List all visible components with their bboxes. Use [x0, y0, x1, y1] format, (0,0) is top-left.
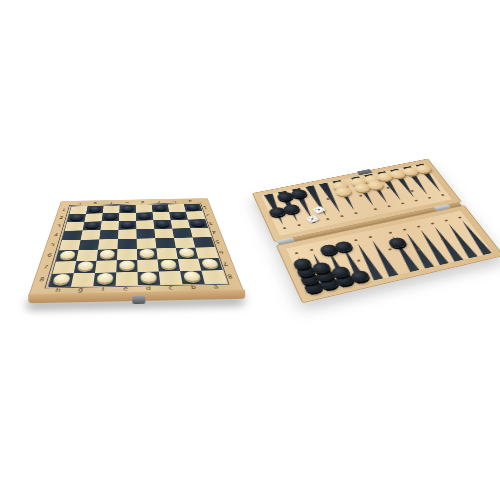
checkers-square-c5	[155, 238, 176, 249]
backgammon-board-tilt	[252, 159, 500, 304]
peg-hole	[373, 208, 377, 210]
coord-label: d	[135, 200, 151, 204]
coord-label: 5	[210, 236, 224, 246]
peg-hole	[410, 190, 414, 192]
peg-hole	[368, 236, 372, 238]
checkers-square-f3	[100, 221, 118, 230]
checkers-square-g5	[79, 239, 100, 250]
peg-hole	[357, 259, 361, 262]
peg-hole	[386, 187, 390, 189]
peg-hole	[401, 202, 405, 204]
backgammon-point	[444, 223, 477, 259]
checker-light	[77, 261, 94, 270]
peg-hole	[388, 248, 392, 250]
checkers-board: hgfedcba hgfedcba 12345678 12345678	[24, 76, 246, 306]
checkers-square-c8	[159, 271, 183, 285]
checkers-square-b3	[171, 220, 191, 229]
checkers-square-e6	[117, 249, 137, 260]
peg-hole	[326, 198, 330, 200]
checkers-square-f5	[98, 239, 118, 250]
checkers-square-c3	[153, 220, 172, 229]
checker-light	[52, 274, 70, 284]
checker-dark	[171, 212, 185, 218]
checker-dark	[156, 220, 170, 227]
peg-hole	[297, 224, 301, 226]
peg-hole	[441, 194, 445, 196]
peg-hole	[403, 228, 407, 230]
checkers-square-h6	[56, 250, 79, 262]
coord-label: 3	[204, 219, 217, 228]
checkers-square-e3	[118, 221, 136, 230]
peg-hole	[388, 232, 392, 234]
peg-hole	[354, 212, 358, 214]
checker-light	[160, 260, 177, 269]
checkers-square-c4	[154, 229, 174, 239]
checker-dark	[121, 221, 134, 228]
checker-light	[178, 248, 194, 256]
backgammon-point	[458, 220, 492, 255]
die	[306, 215, 320, 223]
checker-dark	[138, 213, 151, 219]
checker-dark	[89, 206, 102, 212]
coord-label: b	[166, 199, 183, 203]
checker-light	[97, 273, 114, 283]
coord-label: 6	[214, 247, 229, 258]
peg-hole	[458, 216, 462, 218]
checkers-square-h5	[59, 240, 81, 251]
checker-dark	[154, 205, 167, 211]
checkers-board-tilt: hgfedcba hgfedcba 12345678 12345678	[28, 198, 244, 296]
peg-hole	[326, 218, 330, 220]
checker-light	[59, 251, 76, 259]
checkers-square-g8	[71, 273, 95, 287]
peg-hole	[428, 197, 432, 199]
checkers-square-d7	[137, 259, 159, 272]
checkers-square-e8	[116, 272, 138, 286]
peg-hole	[340, 215, 344, 217]
peg-hole	[295, 252, 299, 254]
checker-light	[119, 260, 135, 269]
coord-label: c	[151, 200, 167, 204]
checker-dark	[190, 220, 205, 227]
backgammon-board	[272, 130, 474, 324]
checker-dark	[186, 204, 200, 210]
checkers-square-e5	[117, 239, 136, 250]
checkers-square-g3	[83, 221, 102, 230]
metal-clasp-icon	[132, 296, 145, 304]
checkers-square-d6	[137, 248, 158, 259]
checkers-square-g6	[76, 250, 98, 262]
checkers-square-e4	[118, 229, 137, 239]
peg-hole	[310, 249, 314, 251]
checkers-square-c7	[158, 259, 181, 271]
checkers-square-g4	[81, 230, 101, 240]
peg-hole	[417, 225, 421, 227]
peg-hole	[354, 239, 358, 241]
checkers-square-d3	[136, 220, 154, 229]
coord-label: e	[119, 200, 135, 204]
checker-light	[100, 250, 115, 258]
checkers-square-c6	[156, 248, 177, 259]
peg-hole	[414, 200, 418, 202]
checker-dark	[104, 213, 117, 219]
peg-hole	[283, 227, 287, 229]
checker-dark	[85, 222, 99, 229]
coord-label: 2	[202, 211, 214, 219]
coord-label: g	[87, 201, 103, 205]
peg-hole	[387, 205, 391, 207]
checkers-square-f8	[93, 272, 116, 286]
checker-dark	[70, 214, 84, 220]
checkers-board-frame: hgfedcba hgfedcba 12345678 12345678	[28, 198, 244, 296]
checkers-square-f6	[97, 249, 118, 260]
checkers-square-d5	[137, 238, 157, 249]
checkers-square-d4	[136, 229, 155, 239]
checker-light	[139, 249, 154, 257]
checker-light	[183, 271, 201, 281]
peg-hole	[431, 222, 435, 224]
checkers-square-h4	[62, 230, 83, 240]
checkers-square-f7	[95, 260, 117, 273]
peg-hole	[444, 219, 448, 221]
coord-label: h	[71, 201, 88, 205]
checker-light	[201, 259, 219, 268]
coord-label: a	[182, 199, 199, 203]
checker-light	[140, 272, 157, 282]
checkers-square-f4	[99, 230, 118, 240]
checkers-square-d8	[138, 272, 161, 286]
coord-label: f	[103, 201, 119, 205]
checkers-square-e7	[116, 260, 137, 273]
checkers-square-g7	[74, 261, 97, 274]
checkers-grid	[48, 204, 226, 287]
coord-label: 4	[207, 227, 221, 236]
peg-hole	[359, 195, 363, 197]
checkers-square-h7	[52, 261, 76, 274]
checker-dark	[122, 206, 134, 212]
scene: hgfedcba hgfedcba 12345678 12345678	[0, 0, 500, 500]
checkers-square-h8	[49, 273, 74, 287]
